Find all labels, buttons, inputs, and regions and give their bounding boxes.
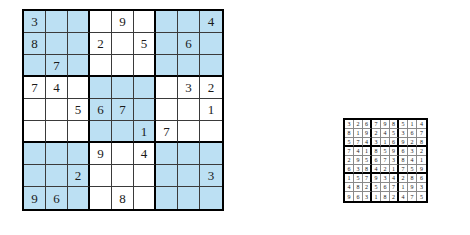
solution-cell: 6	[408, 129, 417, 138]
puzzle-cell[interactable]	[68, 33, 90, 55]
solution-cell: 5	[417, 192, 426, 201]
puzzle-cell[interactable]	[24, 99, 46, 121]
puzzle-cell[interactable]: 7	[46, 55, 68, 77]
puzzle-cell[interactable]	[68, 121, 90, 143]
solution-cell: 6	[372, 156, 381, 165]
solution-cell: 5	[381, 147, 390, 156]
solution-cell: 7	[372, 120, 381, 129]
puzzle-cell[interactable]	[178, 55, 200, 77]
puzzle-cell[interactable]: 2	[90, 33, 112, 55]
solution-cell: 2	[408, 138, 417, 147]
solution-cell: 3	[417, 183, 426, 192]
solution-cell: 6	[363, 120, 372, 129]
sudoku-puzzle-grid: 3948256774325671179423968	[22, 9, 224, 211]
solution-cell: 3	[363, 192, 372, 201]
solution-cell: 1	[354, 129, 363, 138]
puzzle-cell[interactable]	[178, 165, 200, 187]
solution-cell: 8	[372, 147, 381, 156]
puzzle-cell[interactable]	[24, 165, 46, 187]
puzzle-cell[interactable]: 8	[112, 187, 134, 209]
puzzle-cell[interactable]	[24, 121, 46, 143]
solution-cell: 1	[399, 183, 408, 192]
solution-cell: 7	[381, 156, 390, 165]
solution-cell: 5	[390, 129, 399, 138]
solution-cell: 8	[408, 174, 417, 183]
puzzle-cell[interactable]	[156, 11, 178, 33]
puzzle-cell[interactable]	[46, 121, 68, 143]
puzzle-cell[interactable]	[68, 143, 90, 165]
puzzle-cell[interactable]	[68, 55, 90, 77]
solution-cell: 4	[417, 120, 426, 129]
puzzle-cell[interactable]: 4	[134, 143, 156, 165]
solution-cell: 3	[390, 156, 399, 165]
solution-cell: 3	[372, 138, 381, 147]
solution-cell: 6	[345, 165, 354, 174]
solution-cell: 4	[363, 138, 372, 147]
puzzle-cell[interactable]	[24, 55, 46, 77]
solution-cell: 5	[354, 174, 363, 183]
solution-cell: 2	[381, 165, 390, 174]
puzzle-cell[interactable]	[178, 143, 200, 165]
solution-cell: 8	[354, 183, 363, 192]
puzzle-cell[interactable]	[90, 187, 112, 209]
puzzle-cell[interactable]	[46, 99, 68, 121]
solution-cell: 7	[390, 183, 399, 192]
puzzle-cell[interactable]	[90, 11, 112, 33]
solution-cell: 9	[390, 147, 399, 156]
solution-cell: 5	[408, 165, 417, 174]
puzzle-cell[interactable]	[156, 143, 178, 165]
solution-cell: 8	[363, 165, 372, 174]
solution-cell: 3	[381, 174, 390, 183]
puzzle-cell[interactable]	[134, 55, 156, 77]
puzzle-cell[interactable]: 3	[178, 77, 200, 99]
puzzle-cell[interactable]: 4	[46, 77, 68, 99]
solution-cell: 9	[408, 183, 417, 192]
puzzle-cell[interactable]	[178, 187, 200, 209]
solution-cell: 1	[381, 138, 390, 147]
puzzle-cell[interactable]: 9	[24, 187, 46, 209]
solution-cell: 8	[381, 192, 390, 201]
solution-cell: 3	[399, 129, 408, 138]
puzzle-cell[interactable]: 2	[200, 77, 222, 99]
sudoku-page: 3948256774325671179423968 32679851481924…	[0, 0, 470, 235]
puzzle-cell[interactable]	[134, 165, 156, 187]
puzzle-cell[interactable]: 4	[200, 11, 222, 33]
solution-cell: 5	[372, 183, 381, 192]
puzzle-cell[interactable]	[200, 55, 222, 77]
puzzle-cell[interactable]	[156, 99, 178, 121]
puzzle-cell[interactable]	[178, 11, 200, 33]
puzzle-cell[interactable]	[134, 11, 156, 33]
solution-cell: 2	[390, 192, 399, 201]
puzzle-cell[interactable]: 3	[200, 165, 222, 187]
solution-cell: 2	[399, 174, 408, 183]
puzzle-cell[interactable]: 7	[24, 77, 46, 99]
puzzle-cell[interactable]: 7	[156, 121, 178, 143]
puzzle-cell[interactable]: 2	[68, 165, 90, 187]
solution-cell: 6	[417, 174, 426, 183]
solution-cell: 6	[354, 192, 363, 201]
solution-cell: 4	[381, 129, 390, 138]
puzzle-cell[interactable]	[112, 121, 134, 143]
solution-cell: 7	[417, 129, 426, 138]
puzzle-cell[interactable]: 9	[112, 11, 134, 33]
solution-cell: 7	[399, 165, 408, 174]
solution-cell: 7	[354, 138, 363, 147]
puzzle-cell[interactable]: 6	[178, 33, 200, 55]
puzzle-cell[interactable]	[46, 143, 68, 165]
solution-cell: 8	[345, 129, 354, 138]
solution-cell: 4	[345, 183, 354, 192]
puzzle-cell[interactable]	[46, 11, 68, 33]
solution-cell: 4	[372, 165, 381, 174]
puzzle-cell[interactable]	[134, 187, 156, 209]
puzzle-cell[interactable]: 7	[112, 99, 134, 121]
puzzle-cell[interactable]	[112, 55, 134, 77]
solution-cell: 9	[399, 138, 408, 147]
solution-cell: 9	[417, 165, 426, 174]
solution-cell: 6	[399, 147, 408, 156]
solution-cell: 9	[363, 129, 372, 138]
puzzle-cell[interactable]	[200, 187, 222, 209]
puzzle-cell[interactable]	[112, 77, 134, 99]
puzzle-cell[interactable]	[68, 11, 90, 33]
puzzle-cell[interactable]	[134, 99, 156, 121]
puzzle-cell[interactable]	[112, 33, 134, 55]
solution-cell: 1	[345, 174, 354, 183]
solution-cell: 6	[381, 183, 390, 192]
solution-cell: 8	[417, 138, 426, 147]
solution-cell: 9	[372, 174, 381, 183]
solution-cell: 2	[354, 120, 363, 129]
puzzle-cell[interactable]	[178, 121, 200, 143]
puzzle-cell[interactable]	[112, 143, 134, 165]
solution-cell: 1	[363, 147, 372, 156]
solution-cell: 2	[345, 156, 354, 165]
puzzle-cell[interactable]: 1	[134, 121, 156, 143]
solution-cell: 8	[390, 120, 399, 129]
puzzle-cell[interactable]	[112, 165, 134, 187]
solution-cell: 8	[399, 156, 408, 165]
solution-cell: 4	[390, 174, 399, 183]
puzzle-cell[interactable]	[156, 33, 178, 55]
puzzle-cell[interactable]: 1	[200, 99, 222, 121]
puzzle-cell[interactable]	[90, 55, 112, 77]
solution-cell: 4	[408, 156, 417, 165]
solution-cell: 3	[408, 147, 417, 156]
solution-cell: 5	[345, 138, 354, 147]
puzzle-cell[interactable]	[90, 165, 112, 187]
solution-cell: 7	[408, 192, 417, 201]
puzzle-cell[interactable]	[68, 77, 90, 99]
solution-cell: 5	[363, 156, 372, 165]
puzzle-cell[interactable]	[134, 77, 156, 99]
puzzle-cell[interactable]	[156, 55, 178, 77]
puzzle-cell[interactable]	[156, 77, 178, 99]
solution-cell: 6	[390, 138, 399, 147]
solution-cell: 1	[390, 165, 399, 174]
solution-cell: 3	[354, 165, 363, 174]
solution-cell: 1	[417, 156, 426, 165]
solution-cell: 9	[345, 192, 354, 201]
solution-cell: 9	[354, 156, 363, 165]
solution-cell: 5	[399, 120, 408, 129]
sudoku-solution-grid: 3267985148192453675743169287418596322956…	[343, 118, 428, 203]
puzzle-cell[interactable]	[200, 143, 222, 165]
solution-cell: 2	[372, 129, 381, 138]
puzzle-cell[interactable]: 9	[90, 143, 112, 165]
solution-cell: 2	[417, 147, 426, 156]
puzzle-cell[interactable]: 5	[68, 99, 90, 121]
puzzle-cell[interactable]	[68, 187, 90, 209]
puzzle-cell[interactable]	[156, 165, 178, 187]
puzzle-cell[interactable]: 5	[134, 33, 156, 55]
puzzle-cell[interactable]	[90, 77, 112, 99]
solution-cell: 2	[363, 183, 372, 192]
puzzle-cell[interactable]	[200, 33, 222, 55]
solution-cell: 4	[354, 147, 363, 156]
puzzle-cell[interactable]	[90, 121, 112, 143]
solution-cell: 7	[345, 147, 354, 156]
puzzle-cell[interactable]: 8	[24, 33, 46, 55]
solution-cell: 7	[363, 174, 372, 183]
puzzle-cell[interactable]: 3	[24, 11, 46, 33]
solution-cell: 4	[399, 192, 408, 201]
puzzle-cell[interactable]	[24, 143, 46, 165]
puzzle-cell[interactable]	[46, 165, 68, 187]
solution-cell: 1	[408, 120, 417, 129]
solution-cell: 3	[345, 120, 354, 129]
puzzle-cell[interactable]	[200, 121, 222, 143]
puzzle-cell[interactable]	[156, 187, 178, 209]
puzzle-cell[interactable]: 6	[46, 187, 68, 209]
puzzle-cell[interactable]	[178, 99, 200, 121]
puzzle-cell[interactable]: 6	[90, 99, 112, 121]
puzzle-cell[interactable]	[46, 33, 68, 55]
solution-cell: 9	[381, 120, 390, 129]
solution-cell: 1	[372, 192, 381, 201]
